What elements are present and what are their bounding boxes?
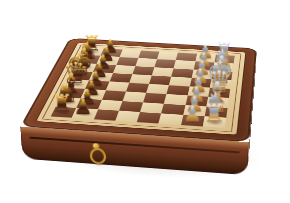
piece-silver-rook[interactable]: ♜ [195, 102, 233, 126]
photo-scene: ♜♟♟♜♞♟♟♞♝♟♟♝♚♟♟♚♛♟♟♛♝♟♟♝♞♟♟♞♜♟♟♜ [0, 0, 290, 203]
square-r8-c5[interactable] [137, 112, 162, 124]
square-r8-c2[interactable]: ♟ [72, 108, 98, 119]
square-r2-c5[interactable] [154, 59, 176, 68]
chess-board: ♜♟♟♜♞♟♟♞♝♟♟♝♚♟♟♚♛♟♟♛♝♟♟♝♞♟♟♞♜♟♟♜ [51, 47, 235, 128]
drawer-ring-pull-icon [87, 143, 105, 163]
case-top: ♜♟♟♜♞♟♟♞♝♟♟♝♚♟♟♚♛♟♟♛♝♟♟♝♞♟♟♞♜♟♟♜ [20, 38, 257, 142]
square-r8-c8[interactable]: ♜ [203, 116, 227, 128]
chess-case: ♜♟♟♜♞♟♟♞♝♟♟♝♚♟♟♚♛♟♟♛♝♟♟♝♞♟♟♞♜♟♟♜ [20, 38, 257, 142]
ring-loop [90, 148, 107, 165]
square-r6-c5[interactable] [143, 93, 167, 104]
piece-gold-pawn[interactable]: ♟ [65, 97, 102, 117]
square-r6-c4[interactable] [122, 92, 146, 103]
board-border: ♜♟♟♜♞♟♟♞♝♟♟♝♚♟♟♚♛♟♟♛♝♟♟♝♞♟♟♞♜♟♟♜ [36, 43, 245, 135]
